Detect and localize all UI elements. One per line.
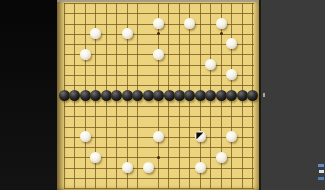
video-frame <box>0 0 325 190</box>
go-board[interactable] <box>57 0 261 190</box>
right-letterbox <box>261 0 325 190</box>
board-top-edge <box>57 0 259 2</box>
board-grid-lines <box>64 3 254 189</box>
left-letterbox <box>0 0 57 190</box>
